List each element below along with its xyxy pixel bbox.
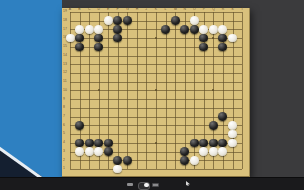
star-point: [155, 142, 157, 144]
row-label: 1: [63, 167, 65, 171]
row-label: 15: [63, 45, 67, 49]
white-stone: [75, 25, 84, 34]
black-stone: [104, 139, 113, 148]
white-stone: [209, 147, 218, 156]
white-stone: [113, 165, 122, 174]
black-stone: [113, 34, 122, 43]
white-stone: [218, 25, 227, 34]
grid-line-horizontal: [70, 64, 242, 65]
black-stone: [209, 139, 218, 148]
black-stone: [123, 156, 132, 165]
white-stone: [218, 147, 227, 156]
column-label: T: [241, 8, 243, 12]
row-label: 18: [63, 19, 67, 23]
column-label: H: [136, 8, 139, 12]
row-label: 13: [63, 63, 67, 67]
black-stone: [190, 139, 199, 148]
black-stone: [104, 147, 113, 156]
white-stone: [228, 130, 237, 139]
black-stone: [199, 139, 208, 148]
white-stone: [94, 147, 103, 156]
row-label: 10: [63, 89, 67, 93]
row-label: 14: [63, 54, 67, 58]
black-stone: [113, 156, 122, 165]
column-label: M: [174, 8, 177, 12]
star-point: [155, 37, 157, 39]
column-label: P: [203, 8, 205, 12]
white-stone: [85, 25, 94, 34]
black-stone: [94, 34, 103, 43]
white-stone: [228, 139, 237, 148]
grid-line-horizontal: [70, 21, 242, 22]
column-label: Q: [212, 8, 215, 12]
column-label: L: [164, 8, 166, 12]
white-stone: [199, 147, 208, 156]
black-stone: [218, 43, 227, 52]
control-left-icon[interactable]: [127, 183, 133, 186]
black-stone: [85, 139, 94, 148]
white-stone: [104, 16, 113, 25]
white-stone: [94, 25, 103, 34]
column-label: O: [193, 8, 196, 12]
column-label: R: [222, 8, 225, 12]
grid-line-horizontal: [70, 73, 242, 74]
grid-line-horizontal: [70, 12, 242, 13]
column-label: A: [69, 8, 71, 12]
control-right-icon[interactable]: [152, 183, 159, 187]
row-label: 4: [63, 141, 65, 145]
white-stone: [228, 121, 237, 130]
black-stone: [94, 43, 103, 52]
black-stone: [218, 112, 227, 121]
column-label: D: [97, 8, 100, 12]
black-stone: [218, 34, 227, 43]
white-stone: [209, 25, 218, 34]
grid-line-horizontal: [70, 160, 242, 161]
white-stone: [190, 16, 199, 25]
row-label: 19: [63, 10, 67, 14]
black-stone: [190, 25, 199, 34]
black-stone: [199, 34, 208, 43]
player-bar: [0, 177, 304, 190]
row-label: 6: [63, 124, 65, 128]
row-label: 9: [63, 98, 65, 102]
grid-line-horizontal: [70, 117, 242, 118]
black-stone: [180, 156, 189, 165]
row-label: 7: [63, 115, 65, 119]
row-label: 12: [63, 71, 67, 75]
go-board[interactable]: ABCDEFGHJKLMNOPQRST191817161514131211109…: [62, 8, 250, 177]
black-stone: [123, 16, 132, 25]
grid-line-horizontal: [70, 169, 242, 170]
white-stone: [85, 147, 94, 156]
column-label: K: [155, 8, 157, 12]
column-label: E: [107, 8, 109, 12]
row-label: 17: [63, 28, 67, 32]
black-stone: [209, 121, 218, 130]
toggle-knob-icon: [144, 183, 149, 188]
row-label: 5: [63, 132, 65, 136]
grid-line-horizontal: [70, 108, 242, 109]
grid-line-horizontal: [70, 56, 242, 57]
toggle-switch[interactable]: [138, 182, 150, 190]
column-label: J: [145, 8, 147, 12]
black-stone: [199, 43, 208, 52]
column-label: F: [117, 8, 119, 12]
black-stone: [171, 16, 180, 25]
grid-line-horizontal: [70, 82, 242, 83]
grid-line-horizontal: [70, 99, 242, 100]
grid-line-horizontal: [70, 134, 242, 135]
black-stone: [180, 147, 189, 156]
white-stone: [228, 34, 237, 43]
column-label: S: [231, 8, 233, 12]
black-stone: [113, 16, 122, 25]
white-stone: [66, 34, 75, 43]
row-label: 2: [63, 159, 65, 163]
black-stone: [75, 43, 84, 52]
column-label: N: [184, 8, 187, 12]
row-label: 3: [63, 150, 65, 154]
wallpaper-left-panel: [0, 0, 62, 190]
black-stone: [180, 25, 189, 34]
grid-line-vertical: [242, 12, 243, 169]
white-stone: [75, 147, 84, 156]
black-stone: [94, 139, 103, 148]
column-label: B: [78, 8, 80, 12]
black-stone: [75, 139, 84, 148]
white-stone: [199, 25, 208, 34]
column-label: C: [88, 8, 91, 12]
black-stone: [161, 25, 170, 34]
row-label: 11: [63, 80, 67, 84]
black-stone: [113, 25, 122, 34]
column-label: G: [126, 8, 129, 12]
white-stone: [190, 156, 199, 165]
black-stone: [75, 34, 84, 43]
black-stone: [218, 139, 227, 148]
row-label: 8: [63, 106, 65, 110]
black-stone: [75, 121, 84, 130]
